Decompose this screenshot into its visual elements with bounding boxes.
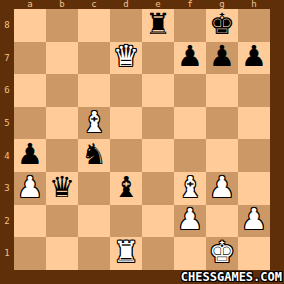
square-e7[interactable] — [142, 42, 174, 75]
file-label-e: e — [142, 0, 174, 9]
rank-label-5: 5 — [0, 107, 14, 140]
square-b4[interactable] — [46, 139, 78, 172]
rank-label-2: 2 — [0, 205, 14, 238]
square-h8[interactable] — [238, 9, 270, 42]
square-d6[interactable] — [110, 74, 142, 107]
square-c6[interactable] — [78, 74, 110, 107]
square-d5[interactable] — [110, 107, 142, 140]
black-pawn: ♟ — [209, 42, 235, 71]
square-c3[interactable] — [78, 172, 110, 205]
square-b1[interactable] — [46, 237, 78, 270]
chessgames-logo: CHESSGAMES.COM — [181, 271, 282, 283]
white-queen: ♛ — [113, 42, 139, 71]
square-a4[interactable]: ♟ — [14, 139, 46, 172]
square-b7[interactable] — [46, 42, 78, 75]
file-label-h: h — [238, 0, 270, 9]
square-b5[interactable] — [46, 107, 78, 140]
square-d4[interactable] — [110, 139, 142, 172]
square-h4[interactable] — [238, 139, 270, 172]
square-e6[interactable] — [142, 74, 174, 107]
white-pawn: ♟ — [177, 205, 203, 234]
black-queen: ♛ — [49, 173, 75, 202]
square-f2[interactable]: ♟ — [174, 205, 206, 238]
rank-labels: 87654321 — [0, 9, 14, 270]
square-h6[interactable] — [238, 74, 270, 107]
square-c2[interactable] — [78, 205, 110, 238]
square-b3[interactable]: ♛ — [46, 172, 78, 205]
file-label-f: f — [174, 0, 206, 9]
file-label-g: g — [206, 0, 238, 9]
square-d8[interactable] — [110, 9, 142, 42]
square-a8[interactable] — [14, 9, 46, 42]
square-d3[interactable]: ♝ — [110, 172, 142, 205]
square-f4[interactable] — [174, 139, 206, 172]
square-e4[interactable] — [142, 139, 174, 172]
square-g3[interactable]: ♟ — [206, 172, 238, 205]
square-b6[interactable] — [46, 74, 78, 107]
black-knight: ♞ — [81, 140, 107, 169]
file-label-b: b — [46, 0, 78, 9]
square-c1[interactable] — [78, 237, 110, 270]
file-labels: abcdefgh — [14, 0, 270, 9]
rank-label-6: 6 — [0, 74, 14, 107]
square-f5[interactable] — [174, 107, 206, 140]
white-bishop: ♝ — [81, 108, 107, 137]
square-h5[interactable] — [238, 107, 270, 140]
rank-label-7: 7 — [0, 42, 14, 75]
square-e1[interactable] — [142, 237, 174, 270]
chess-diagram: abcdefgh 87654321 ♜♚♛♟♟♟♝♟♞♟♛♝♝♟♟♟♜♚ CHE… — [0, 0, 284, 284]
square-f3[interactable]: ♝ — [174, 172, 206, 205]
square-g6[interactable] — [206, 74, 238, 107]
square-f8[interactable] — [174, 9, 206, 42]
square-g1[interactable]: ♚ — [206, 237, 238, 270]
black-bishop: ♝ — [113, 173, 139, 202]
square-e8[interactable]: ♜ — [142, 9, 174, 42]
square-a3[interactable]: ♟ — [14, 172, 46, 205]
square-f6[interactable] — [174, 74, 206, 107]
square-e3[interactable] — [142, 172, 174, 205]
rank-label-4: 4 — [0, 139, 14, 172]
square-a2[interactable] — [14, 205, 46, 238]
square-f7[interactable]: ♟ — [174, 42, 206, 75]
white-pawn: ♟ — [209, 173, 235, 202]
file-label-c: c — [78, 0, 110, 9]
black-king: ♚ — [209, 10, 235, 39]
chess-board: ♜♚♛♟♟♟♝♟♞♟♛♝♝♟♟♟♜♚ — [14, 9, 270, 270]
square-c4[interactable]: ♞ — [78, 139, 110, 172]
black-pawn: ♟ — [177, 42, 203, 71]
black-pawn: ♟ — [17, 140, 43, 169]
square-c5[interactable]: ♝ — [78, 107, 110, 140]
square-h1[interactable] — [238, 237, 270, 270]
white-king: ♚ — [209, 238, 235, 267]
black-pawn: ♟ — [241, 42, 267, 71]
square-a7[interactable] — [14, 42, 46, 75]
square-d1[interactable]: ♜ — [110, 237, 142, 270]
square-g8[interactable]: ♚ — [206, 9, 238, 42]
black-rook: ♜ — [145, 10, 171, 39]
white-bishop: ♝ — [177, 173, 203, 202]
square-d2[interactable] — [110, 205, 142, 238]
square-h3[interactable] — [238, 172, 270, 205]
rank-label-8: 8 — [0, 9, 14, 42]
square-c8[interactable] — [78, 9, 110, 42]
square-a6[interactable] — [14, 74, 46, 107]
square-e2[interactable] — [142, 205, 174, 238]
white-rook: ♜ — [113, 238, 139, 267]
square-g5[interactable] — [206, 107, 238, 140]
square-g2[interactable] — [206, 205, 238, 238]
square-d7[interactable]: ♛ — [110, 42, 142, 75]
square-g7[interactable]: ♟ — [206, 42, 238, 75]
square-e5[interactable] — [142, 107, 174, 140]
file-label-d: d — [110, 0, 142, 9]
white-pawn: ♟ — [241, 205, 267, 234]
square-f1[interactable] — [174, 237, 206, 270]
rank-label-1: 1 — [0, 237, 14, 270]
square-b8[interactable] — [46, 9, 78, 42]
square-a1[interactable] — [14, 237, 46, 270]
square-g4[interactable] — [206, 139, 238, 172]
rank-label-3: 3 — [0, 172, 14, 205]
square-h2[interactable]: ♟ — [238, 205, 270, 238]
white-pawn: ♟ — [17, 173, 43, 202]
square-a5[interactable] — [14, 107, 46, 140]
square-b2[interactable] — [46, 205, 78, 238]
square-h7[interactable]: ♟ — [238, 42, 270, 75]
file-label-a: a — [14, 0, 46, 9]
square-c7[interactable] — [78, 42, 110, 75]
